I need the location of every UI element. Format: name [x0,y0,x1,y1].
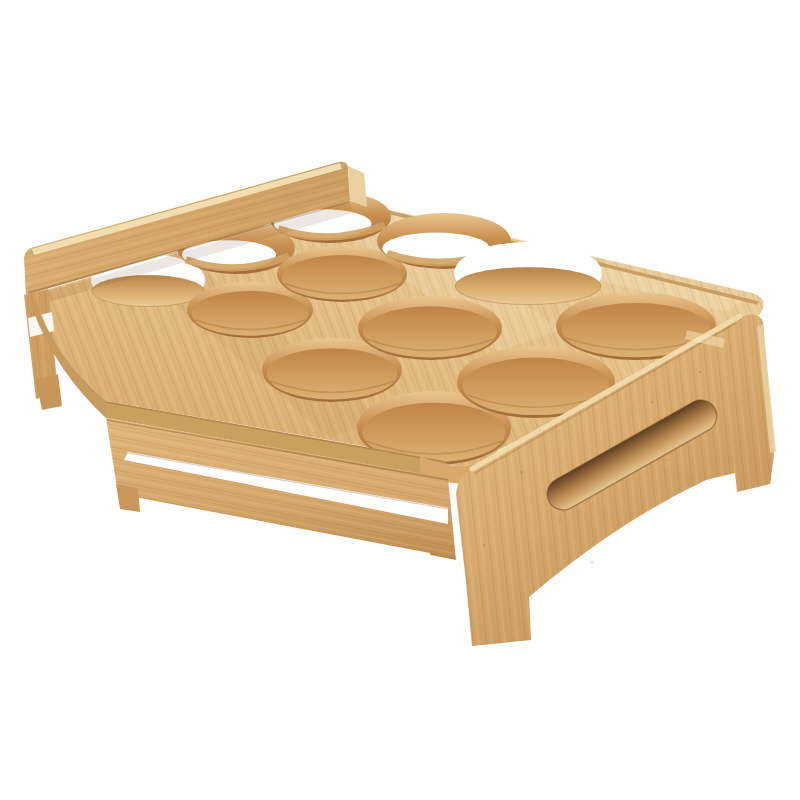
egg-hole [358,296,502,360]
left-end-foot [36,374,62,410]
egg-tray-illustration [0,0,800,800]
rail-end-grain [348,166,367,207]
egg-hole [454,242,602,305]
tray-foot-left [116,484,140,512]
product-photo [0,0,800,800]
